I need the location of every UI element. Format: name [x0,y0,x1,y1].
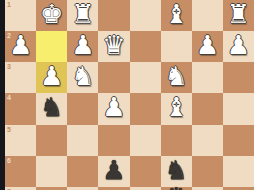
black-queen-c7[interactable]: ♛ [161,182,192,190]
square-e2[interactable]: ♛ [98,31,129,62]
rank-label-5: 5 [7,125,11,134]
square-c4[interactable]: ♝ [161,93,192,124]
white-knight-c3[interactable]: ♞ [161,61,192,92]
square-a6[interactable] [223,156,254,187]
square-h2[interactable]: 2♟ [5,31,36,62]
white-king-g1[interactable]: ♚ [36,0,67,30]
square-h5[interactable]: 5 [5,125,36,156]
square-a7[interactable] [223,187,254,190]
square-h6[interactable]: 6 [5,156,36,187]
square-f3[interactable]: ♞ [67,62,98,93]
square-h7[interactable]: 7 [5,187,36,190]
square-e1[interactable] [98,0,129,31]
square-d5[interactable] [130,125,161,156]
white-knight-f3[interactable]: ♞ [67,61,98,92]
white-pawn-e4[interactable]: ♟ [98,92,129,123]
white-pawn-b2[interactable]: ♟ [192,30,223,61]
square-a4[interactable] [223,93,254,124]
square-h3[interactable]: 3 [5,62,36,93]
square-e7[interactable] [98,187,129,190]
square-g3[interactable]: ♟ [36,62,67,93]
square-f7[interactable] [67,187,98,190]
rank-label-1: 1 [7,0,11,9]
square-a2[interactable]: ♟ [223,31,254,62]
square-h1[interactable]: 1 [5,0,36,31]
square-c3[interactable]: ♞ [161,62,192,93]
square-f2[interactable]: ♟ [67,31,98,62]
white-rook-f1[interactable]: ♜ [67,0,98,30]
chess-board: 1♚♜♝♜2♟♟♛♟♟3♟♞♞4♞♟♝56♟♞7♛8 [5,0,254,190]
app-background: 1♚♜♝♜2♟♟♛♟♟3♟♞♞4♞♟♝56♟♞7♛8 [0,0,254,190]
square-e5[interactable] [98,125,129,156]
square-d3[interactable] [130,62,161,93]
square-b3[interactable] [192,62,223,93]
square-f5[interactable] [67,125,98,156]
white-rook-a1[interactable]: ♜ [223,0,254,30]
square-e4[interactable]: ♟ [98,93,129,124]
square-b7[interactable] [192,187,223,190]
square-e3[interactable] [98,62,129,93]
white-pawn-g3[interactable]: ♟ [36,61,67,92]
rank-label-7: 7 [7,187,11,190]
square-g1[interactable]: ♚ [36,0,67,31]
white-bishop-c1[interactable]: ♝ [161,0,192,30]
square-c7[interactable]: ♛ [161,187,192,190]
square-f6[interactable] [67,156,98,187]
white-queen-e2[interactable]: ♛ [98,30,129,61]
white-pawn-a2[interactable]: ♟ [223,30,254,61]
square-g6[interactable] [36,156,67,187]
square-d6[interactable] [130,156,161,187]
square-c1[interactable]: ♝ [161,0,192,31]
square-c5[interactable] [161,125,192,156]
square-f1[interactable]: ♜ [67,0,98,31]
white-pawn-h2[interactable]: ♟ [5,30,36,61]
square-b2[interactable]: ♟ [192,31,223,62]
square-g7[interactable] [36,187,67,190]
rank-label-6: 6 [7,156,11,165]
square-f4[interactable] [67,93,98,124]
black-pawn-e6[interactable]: ♟ [98,155,129,186]
square-b1[interactable] [192,0,223,31]
white-bishop-c4[interactable]: ♝ [161,92,192,123]
rank-label-3: 3 [7,62,11,71]
square-e6[interactable]: ♟ [98,156,129,187]
square-a3[interactable] [223,62,254,93]
square-d1[interactable] [130,0,161,31]
square-d4[interactable] [130,93,161,124]
square-g2[interactable] [36,31,67,62]
square-b4[interactable] [192,93,223,124]
square-b5[interactable] [192,125,223,156]
square-h4[interactable]: 4 [5,93,36,124]
square-c2[interactable] [161,31,192,62]
square-g5[interactable] [36,125,67,156]
white-pawn-f2[interactable]: ♟ [67,30,98,61]
square-d2[interactable] [130,31,161,62]
square-d7[interactable] [130,187,161,190]
rank-label-4: 4 [7,93,11,102]
square-g4[interactable]: ♞ [36,93,67,124]
black-knight-g4[interactable]: ♞ [36,92,67,123]
square-a5[interactable] [223,125,254,156]
square-a1[interactable]: ♜ [223,0,254,31]
square-b6[interactable] [192,156,223,187]
